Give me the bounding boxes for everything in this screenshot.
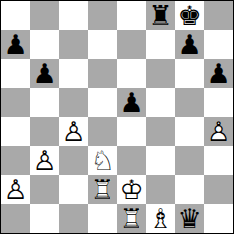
square-e2[interactable]: ♚♔ [117, 175, 146, 204]
square-g2[interactable] [175, 175, 204, 204]
square-g7[interactable]: ♟ [175, 30, 204, 59]
square-c8[interactable] [59, 1, 88, 30]
square-f5[interactable] [146, 88, 175, 117]
square-g1[interactable]: ♛ [175, 204, 204, 233]
square-b7[interactable] [30, 30, 59, 59]
square-h2[interactable] [204, 175, 233, 204]
square-d4[interactable] [88, 117, 117, 146]
square-a8[interactable] [1, 1, 30, 30]
square-e5[interactable]: ♟ [117, 88, 146, 117]
square-a3[interactable] [1, 146, 30, 175]
black-rook-piece: ♜ [146, 1, 175, 30]
square-f7[interactable] [146, 30, 175, 59]
square-b2[interactable] [30, 175, 59, 204]
white-rook-piece: ♜♖ [88, 175, 117, 204]
square-b8[interactable] [30, 1, 59, 30]
white-rook-piece: ♜♖ [117, 204, 146, 233]
square-e7[interactable] [117, 30, 146, 59]
square-b4[interactable] [30, 117, 59, 146]
square-e8[interactable] [117, 1, 146, 30]
black-queen-piece: ♛ [175, 204, 204, 233]
square-e6[interactable] [117, 59, 146, 88]
square-a6[interactable] [1, 59, 30, 88]
square-g8[interactable]: ♚ [175, 1, 204, 30]
square-d7[interactable] [88, 30, 117, 59]
square-b6[interactable]: ♟ [30, 59, 59, 88]
square-d2[interactable]: ♜♖ [88, 175, 117, 204]
black-pawn-piece: ♟ [175, 30, 204, 59]
black-king-piece: ♚ [175, 1, 204, 30]
square-f6[interactable] [146, 59, 175, 88]
white-pawn-piece: ♟♙ [1, 175, 30, 204]
white-king-piece: ♚♔ [117, 175, 146, 204]
black-pawn-piece: ♟ [30, 59, 59, 88]
square-h1[interactable] [204, 204, 233, 233]
square-c7[interactable] [59, 30, 88, 59]
square-a4[interactable] [1, 117, 30, 146]
square-d6[interactable] [88, 59, 117, 88]
square-f3[interactable] [146, 146, 175, 175]
square-c3[interactable] [59, 146, 88, 175]
square-f8[interactable]: ♜ [146, 1, 175, 30]
square-b1[interactable] [30, 204, 59, 233]
square-c1[interactable] [59, 204, 88, 233]
square-b5[interactable] [30, 88, 59, 117]
square-c2[interactable] [59, 175, 88, 204]
square-e1[interactable]: ♜♖ [117, 204, 146, 233]
white-pawn-piece: ♟♙ [204, 117, 233, 146]
square-a7[interactable]: ♟ [1, 30, 30, 59]
square-h6[interactable]: ♟ [204, 59, 233, 88]
square-h4[interactable]: ♟♙ [204, 117, 233, 146]
square-h8[interactable] [204, 1, 233, 30]
square-f2[interactable] [146, 175, 175, 204]
square-h5[interactable] [204, 88, 233, 117]
square-b3[interactable]: ♟♙ [30, 146, 59, 175]
square-g6[interactable] [175, 59, 204, 88]
square-c6[interactable] [59, 59, 88, 88]
square-e4[interactable] [117, 117, 146, 146]
square-c5[interactable] [59, 88, 88, 117]
square-a2[interactable]: ♟♙ [1, 175, 30, 204]
square-a5[interactable] [1, 88, 30, 117]
chess-board: ♜♚♟♟♟♟♟♟♙♟♙♟♙♞♘♟♙♜♖♚♔♜♖♝♗♛ [0, 0, 234, 234]
black-pawn-piece: ♟ [204, 59, 233, 88]
white-pawn-piece: ♟♙ [30, 146, 59, 175]
black-pawn-piece: ♟ [1, 30, 30, 59]
square-h3[interactable] [204, 146, 233, 175]
white-knight-piece: ♞♘ [88, 146, 117, 175]
square-g3[interactable] [175, 146, 204, 175]
square-a1[interactable] [1, 204, 30, 233]
square-d1[interactable] [88, 204, 117, 233]
square-g4[interactable] [175, 117, 204, 146]
square-d3[interactable]: ♞♘ [88, 146, 117, 175]
square-e3[interactable] [117, 146, 146, 175]
square-d8[interactable] [88, 1, 117, 30]
white-bishop-piece: ♝♗ [146, 204, 175, 233]
square-d5[interactable] [88, 88, 117, 117]
black-pawn-piece: ♟ [117, 88, 146, 117]
square-g5[interactable] [175, 88, 204, 117]
white-pawn-piece: ♟♙ [59, 117, 88, 146]
square-f4[interactable] [146, 117, 175, 146]
square-h7[interactable] [204, 30, 233, 59]
square-f1[interactable]: ♝♗ [146, 204, 175, 233]
square-c4[interactable]: ♟♙ [59, 117, 88, 146]
